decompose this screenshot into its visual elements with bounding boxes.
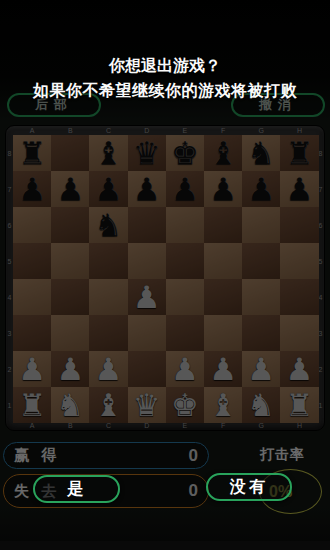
no-button[interactable]: 没有 [206,473,292,501]
yes-button[interactable]: 是 [33,475,120,503]
dim-overlay [0,0,330,550]
app-screen: 后部 撤消 ABCDEFGH ABCDEFGH 87654321 8765432… [0,0,330,550]
